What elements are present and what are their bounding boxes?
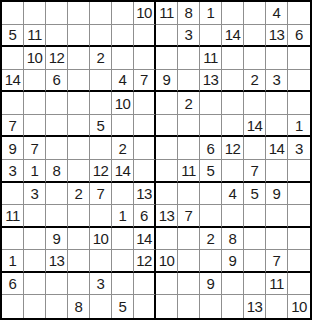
cell-r6c11[interactable] [222, 115, 244, 138]
cell-r6c10[interactable] [200, 115, 222, 138]
given-digit: 10 [27, 50, 43, 65]
cell-r11c4[interactable] [68, 228, 90, 251]
given-digit: 7 [273, 253, 281, 268]
given-digit: 11 [27, 27, 42, 42]
cell-r14c2[interactable] [24, 295, 46, 318]
given-digit: 14 [225, 27, 241, 42]
cell-r8c14[interactable] [288, 160, 310, 183]
cell-r10c4[interactable] [68, 205, 90, 228]
given-digit: 1 [9, 253, 17, 268]
cell-r7c4[interactable] [68, 137, 90, 160]
given-digit: 7 [97, 186, 105, 201]
cell-r13c12[interactable] [244, 273, 266, 296]
given-digit: 11 [269, 276, 284, 291]
cell-r4c4[interactable] [68, 70, 90, 93]
cell-r12c7[interactable]: 12 [134, 250, 156, 273]
cell-r10c3[interactable] [46, 205, 68, 228]
cell-r14c1[interactable] [2, 295, 24, 318]
cell-r14c13[interactable] [266, 295, 288, 318]
given-digit: 14 [115, 163, 131, 178]
given-digit: 9 [229, 253, 237, 268]
cell-r2c2[interactable]: 11 [24, 25, 46, 48]
given-digit: 1 [295, 118, 303, 133]
cell-r5c14[interactable] [288, 92, 310, 115]
given-digit: 13 [269, 27, 285, 42]
cell-r4c7[interactable]: 7 [134, 70, 156, 93]
cell-r10c13[interactable] [266, 205, 288, 228]
cell-r9c14[interactable] [288, 183, 310, 206]
given-digit: 12 [49, 50, 65, 65]
cell-r5c3[interactable] [46, 92, 68, 115]
cell-r13c10[interactable]: 9 [200, 273, 222, 296]
cell-r3c1[interactable] [2, 47, 24, 70]
cell-r9c13[interactable]: 9 [266, 183, 288, 206]
given-digit: 7 [185, 208, 193, 223]
cell-r12c13[interactable]: 7 [266, 250, 288, 273]
cell-r10c9[interactable]: 7 [178, 205, 200, 228]
cell-r5c7[interactable] [134, 92, 156, 115]
given-digit: 11 [181, 163, 196, 178]
given-digit: 4 [119, 72, 127, 87]
cell-r10c5[interactable] [90, 205, 112, 228]
cell-r9c12[interactable]: 5 [244, 183, 266, 206]
cell-r4c6[interactable]: 4 [112, 70, 134, 93]
cell-r12c3[interactable]: 13 [46, 250, 68, 273]
cell-r5c5[interactable] [90, 92, 112, 115]
cell-r14c7[interactable] [134, 295, 156, 318]
cell-r5c6[interactable]: 10 [112, 92, 134, 115]
cell-r5c12[interactable] [244, 92, 266, 115]
cell-r1c11[interactable] [222, 2, 244, 25]
cell-r7c8[interactable] [156, 137, 178, 160]
cell-r6c9[interactable] [178, 115, 200, 138]
cell-r9c2[interactable]: 3 [24, 183, 46, 206]
cell-r11c6[interactable] [112, 228, 134, 251]
cell-r10c2[interactable] [24, 205, 46, 228]
cell-r13c11[interactable] [222, 273, 244, 296]
cell-r5c9[interactable]: 2 [178, 92, 200, 115]
cell-r1c12[interactable] [244, 2, 266, 25]
cell-r11c3[interactable]: 9 [46, 228, 68, 251]
cell-r12c12[interactable] [244, 250, 266, 273]
given-digit: 10 [159, 253, 175, 268]
given-digit: 4 [273, 5, 281, 20]
cell-r9c9[interactable] [178, 183, 200, 206]
cell-r10c11[interactable] [222, 205, 244, 228]
cell-r2c14[interactable]: 6 [288, 25, 310, 48]
cell-r12c4[interactable] [68, 250, 90, 273]
cell-r10c7[interactable]: 6 [134, 205, 156, 228]
cell-r2c1[interactable]: 5 [2, 25, 24, 48]
cell-r7c13[interactable]: 14 [266, 137, 288, 160]
cell-r9c11[interactable]: 4 [222, 183, 244, 206]
cell-r4c14[interactable] [288, 70, 310, 93]
given-digit: 12 [136, 253, 152, 268]
cell-r2c4[interactable] [68, 25, 90, 48]
cell-r6c4[interactable] [68, 115, 90, 138]
given-digit: 7 [9, 118, 17, 133]
cell-r6c14[interactable]: 1 [288, 115, 310, 138]
cell-r1c6[interactable] [112, 2, 134, 25]
cell-r13c8[interactable] [156, 273, 178, 296]
given-digit: 13 [247, 299, 263, 314]
cell-r2c13[interactable]: 13 [266, 25, 288, 48]
given-digit: 1 [31, 163, 39, 178]
cell-r7c3[interactable] [46, 137, 68, 160]
cell-r12c2[interactable] [24, 250, 46, 273]
cell-r1c5[interactable] [90, 2, 112, 25]
given-digit: 14 [136, 231, 152, 246]
given-digit: 7 [31, 141, 39, 156]
cell-r2c10[interactable] [200, 25, 222, 48]
cell-r3c13[interactable] [266, 47, 288, 70]
cell-r13c2[interactable] [24, 273, 46, 296]
given-digit: 3 [31, 186, 39, 201]
cell-r4c9[interactable] [178, 70, 200, 93]
given-digit: 9 [163, 72, 171, 87]
cell-r9c10[interactable] [200, 183, 222, 206]
cell-r8c11[interactable] [222, 160, 244, 183]
given-digit: 12 [225, 141, 241, 156]
cell-r14c5[interactable] [90, 295, 112, 318]
cell-r3c4[interactable] [68, 47, 90, 70]
cell-r6c1[interactable]: 7 [2, 115, 24, 138]
cell-r6c13[interactable] [266, 115, 288, 138]
cell-r1c4[interactable] [68, 2, 90, 25]
cell-r8c7[interactable] [134, 160, 156, 183]
given-digit: 8 [75, 299, 83, 314]
cell-r6c6[interactable] [112, 115, 134, 138]
given-digit: 11 [159, 5, 174, 20]
cell-r2c9[interactable]: 3 [178, 25, 200, 48]
cell-r9c7[interactable]: 13 [134, 183, 156, 206]
cell-r3c8[interactable] [156, 47, 178, 70]
given-digit: 8 [229, 231, 237, 246]
cell-r10c1[interactable]: 11 [2, 205, 24, 228]
cell-r8c9[interactable]: 11 [178, 160, 200, 183]
cell-r6c12[interactable]: 14 [244, 115, 266, 138]
cell-r2c11[interactable]: 14 [222, 25, 244, 48]
given-digit: 14 [247, 118, 263, 133]
given-digit: 13 [136, 186, 152, 201]
cell-r11c1[interactable] [2, 228, 24, 251]
given-digit: 3 [295, 141, 303, 156]
given-digit: 3 [273, 72, 281, 87]
given-digit: 6 [140, 208, 148, 223]
cell-r10c10[interactable] [200, 205, 222, 228]
cell-r5c11[interactable] [222, 92, 244, 115]
cell-r8c2[interactable]: 1 [24, 160, 46, 183]
given-digit: 12 [93, 163, 109, 178]
cell-r8c10[interactable]: 5 [200, 160, 222, 183]
given-digit: 9 [273, 186, 281, 201]
cell-r3c3[interactable]: 12 [46, 47, 68, 70]
cell-r1c10[interactable]: 1 [200, 2, 222, 25]
given-digit: 8 [185, 5, 193, 20]
cell-r8c8[interactable] [156, 160, 178, 183]
given-digit: 2 [207, 231, 215, 246]
cell-r5c4[interactable] [68, 92, 90, 115]
cell-r11c9[interactable] [178, 228, 200, 251]
cell-r11c10[interactable]: 2 [200, 228, 222, 251]
given-digit: 7 [251, 163, 259, 178]
cell-r2c6[interactable] [112, 25, 134, 48]
given-digit: 13 [159, 208, 175, 223]
cell-r12c9[interactable] [178, 250, 200, 273]
given-digit: 7 [140, 72, 148, 87]
given-digit: 2 [75, 186, 83, 201]
cell-r14c11[interactable] [222, 295, 244, 318]
cell-r11c12[interactable] [244, 228, 266, 251]
cell-r6c7[interactable] [134, 115, 156, 138]
cell-r8c1[interactable]: 3 [2, 160, 24, 183]
given-digit: 3 [9, 163, 17, 178]
cell-r8c13[interactable] [266, 160, 288, 183]
cell-r9c6[interactable] [112, 183, 134, 206]
cell-r9c3[interactable] [46, 183, 68, 206]
given-digit: 1 [119, 208, 127, 223]
cell-r3c11[interactable] [222, 47, 244, 70]
cell-r3c9[interactable] [178, 47, 200, 70]
cell-r12c11[interactable]: 9 [222, 250, 244, 273]
cell-r12c1[interactable]: 1 [2, 250, 24, 273]
cell-r4c5[interactable] [90, 70, 112, 93]
cell-r6c8[interactable] [156, 115, 178, 138]
given-digit: 6 [9, 276, 17, 291]
cell-r14c12[interactable]: 13 [244, 295, 266, 318]
cell-r11c7[interactable]: 14 [134, 228, 156, 251]
given-digit: 10 [291, 299, 307, 314]
given-digit: 6 [295, 27, 303, 42]
cell-r4c10[interactable]: 13 [200, 70, 222, 93]
cell-r4c13[interactable]: 3 [266, 70, 288, 93]
cell-r14c3[interactable] [46, 295, 68, 318]
cell-r6c5[interactable]: 5 [90, 115, 112, 138]
cell-r11c14[interactable] [288, 228, 310, 251]
cell-r2c8[interactable] [156, 25, 178, 48]
cell-r1c2[interactable] [24, 2, 46, 25]
cell-r9c8[interactable] [156, 183, 178, 206]
cell-r5c1[interactable] [2, 92, 24, 115]
sudoku-board: 1011814511314136101221114647913231027514… [0, 0, 312, 320]
cell-r7c10[interactable]: 6 [200, 137, 222, 160]
given-digit: 5 [207, 163, 215, 178]
cell-r8c5[interactable]: 12 [90, 160, 112, 183]
given-digit: 6 [207, 141, 215, 156]
cell-r3c7[interactable] [134, 47, 156, 70]
cell-r5c2[interactable] [24, 92, 46, 115]
cell-r7c1[interactable]: 9 [2, 137, 24, 160]
given-digit: 10 [93, 231, 109, 246]
cell-r11c13[interactable] [266, 228, 288, 251]
cell-r13c4[interactable] [68, 273, 90, 296]
cell-r8c6[interactable]: 14 [112, 160, 134, 183]
cell-r12c14[interactable] [288, 250, 310, 273]
cell-r11c5[interactable]: 10 [90, 228, 112, 251]
given-digit: 9 [207, 276, 215, 291]
given-digit: 4 [229, 186, 237, 201]
cell-r4c1[interactable]: 14 [2, 70, 24, 93]
cell-r4c11[interactable] [222, 70, 244, 93]
given-digit: 2 [251, 72, 259, 87]
cell-r13c5[interactable]: 3 [90, 273, 112, 296]
given-digit: 9 [9, 141, 17, 156]
cell-r8c4[interactable] [68, 160, 90, 183]
cell-r13c14[interactable] [288, 273, 310, 296]
cell-r10c14[interactable] [288, 205, 310, 228]
given-digit: 1 [207, 5, 215, 20]
cell-r14c4[interactable]: 8 [68, 295, 90, 318]
given-digit: 14 [269, 141, 285, 156]
cell-r14c9[interactable] [178, 295, 200, 318]
cell-r5c13[interactable] [266, 92, 288, 115]
given-digit: 5 [251, 186, 259, 201]
cell-r7c6[interactable]: 2 [112, 137, 134, 160]
cell-r4c12[interactable]: 2 [244, 70, 266, 93]
cell-r14c10[interactable] [200, 295, 222, 318]
given-digit: 2 [185, 96, 193, 111]
cell-r11c8[interactable] [156, 228, 178, 251]
cell-r7c12[interactable] [244, 137, 266, 160]
cell-r12c5[interactable] [90, 250, 112, 273]
given-digit: 3 [97, 276, 105, 291]
cell-r11c2[interactable] [24, 228, 46, 251]
cell-r5c8[interactable] [156, 92, 178, 115]
cell-r2c7[interactable] [134, 25, 156, 48]
cell-r1c13[interactable]: 4 [266, 2, 288, 25]
cell-r4c8[interactable]: 9 [156, 70, 178, 93]
given-digit: 10 [136, 5, 152, 20]
cell-r3c2[interactable]: 10 [24, 47, 46, 70]
cell-r3c12[interactable] [244, 47, 266, 70]
cell-r14c14[interactable]: 10 [288, 295, 310, 318]
cell-r10c12[interactable] [244, 205, 266, 228]
cell-r13c3[interactable] [46, 273, 68, 296]
cell-r13c13[interactable]: 11 [266, 273, 288, 296]
given-digit: 3 [185, 27, 193, 42]
cell-r12c10[interactable] [200, 250, 222, 273]
given-digit: 11 [5, 208, 20, 223]
cell-r3c10[interactable]: 11 [200, 47, 222, 70]
cell-r7c5[interactable] [90, 137, 112, 160]
cell-r1c9[interactable]: 8 [178, 2, 200, 25]
cell-r13c7[interactable] [134, 273, 156, 296]
given-digit: 9 [53, 231, 61, 246]
given-digit: 5 [119, 299, 127, 314]
cell-r8c12[interactable]: 7 [244, 160, 266, 183]
cell-r6c3[interactable] [46, 115, 68, 138]
cell-r4c3[interactable]: 6 [46, 70, 68, 93]
cell-r9c1[interactable] [2, 183, 24, 206]
given-digit: 13 [49, 253, 65, 268]
given-digit: 5 [97, 118, 105, 133]
cell-r7c14[interactable]: 3 [288, 137, 310, 160]
cell-r2c12[interactable] [244, 25, 266, 48]
given-digit: 2 [97, 50, 105, 65]
cell-r2c3[interactable] [46, 25, 68, 48]
cell-r13c6[interactable] [112, 273, 134, 296]
cell-r1c3[interactable] [46, 2, 68, 25]
cell-r10c6[interactable]: 1 [112, 205, 134, 228]
cell-r13c9[interactable] [178, 273, 200, 296]
given-digit: 5 [9, 27, 17, 42]
cell-r10c8[interactable]: 13 [156, 205, 178, 228]
given-digit: 13 [203, 72, 219, 87]
cell-r1c7[interactable]: 10 [134, 2, 156, 25]
cell-r8c3[interactable]: 8 [46, 160, 68, 183]
given-digit: 11 [203, 50, 218, 65]
cell-r5c10[interactable] [200, 92, 222, 115]
given-digit: 8 [53, 163, 61, 178]
cell-r3c6[interactable] [112, 47, 134, 70]
cell-r7c11[interactable]: 12 [222, 137, 244, 160]
given-digit: 2 [119, 141, 127, 156]
given-digit: 6 [53, 72, 61, 87]
cell-r9c4[interactable]: 2 [68, 183, 90, 206]
given-digit: 10 [115, 96, 131, 111]
cell-r1c1[interactable] [2, 2, 24, 25]
cell-r14c8[interactable] [156, 295, 178, 318]
cell-r14c6[interactable]: 5 [112, 295, 134, 318]
cell-r12c8[interactable]: 10 [156, 250, 178, 273]
cell-r4c2[interactable] [24, 70, 46, 93]
cell-r7c9[interactable] [178, 137, 200, 160]
cell-r3c14[interactable] [288, 47, 310, 70]
cell-r7c2[interactable]: 7 [24, 137, 46, 160]
cell-r13c1[interactable]: 6 [2, 273, 24, 296]
cell-r9c5[interactable]: 7 [90, 183, 112, 206]
cell-r3c5[interactable]: 2 [90, 47, 112, 70]
cell-r6c2[interactable] [24, 115, 46, 138]
cell-r7c7[interactable] [134, 137, 156, 160]
cell-r1c14[interactable] [288, 2, 310, 25]
cell-r11c11[interactable]: 8 [222, 228, 244, 251]
given-digit: 14 [5, 72, 21, 87]
cell-r2c5[interactable] [90, 25, 112, 48]
cell-r12c6[interactable] [112, 250, 134, 273]
cell-r1c8[interactable]: 11 [156, 2, 178, 25]
